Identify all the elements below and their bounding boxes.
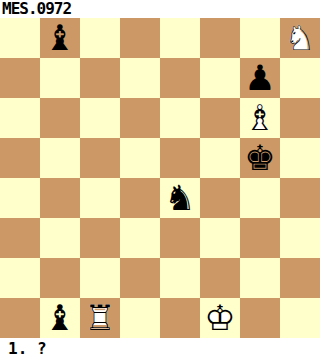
square-h6[interactable] — [280, 98, 320, 138]
square-d3[interactable] — [120, 218, 160, 258]
square-a6[interactable] — [0, 98, 40, 138]
square-f8[interactable] — [200, 18, 240, 58]
white-knight-h8[interactable]: ♞♘ — [280, 18, 320, 58]
square-g8[interactable] — [240, 18, 280, 58]
square-a3[interactable] — [0, 218, 40, 258]
square-g5[interactable]: ♚ — [240, 138, 280, 178]
square-h1[interactable] — [280, 298, 320, 338]
square-b8[interactable]: ♝ — [40, 18, 80, 58]
square-g7[interactable]: ♟ — [240, 58, 280, 98]
square-d6[interactable] — [120, 98, 160, 138]
square-g3[interactable] — [240, 218, 280, 258]
move-prompt: 1. ? — [0, 338, 47, 360]
square-e4[interactable]: ♞ — [160, 178, 200, 218]
square-g2[interactable] — [240, 258, 280, 298]
square-h4[interactable] — [280, 178, 320, 218]
title-bar: MES.0972 — [0, 0, 320, 18]
square-c8[interactable] — [80, 18, 120, 58]
square-e8[interactable] — [160, 18, 200, 58]
black-knight-glyph: ♞ — [160, 178, 200, 218]
chess-app-window: MES.0972 ♝♞♘♟♝♗♚♞♝♜♖♚♔ 1. ? — [0, 0, 320, 360]
black-bishop-glyph: ♝ — [40, 298, 80, 338]
square-h5[interactable] — [280, 138, 320, 178]
square-b3[interactable] — [40, 218, 80, 258]
square-f2[interactable] — [200, 258, 240, 298]
square-c3[interactable] — [80, 218, 120, 258]
square-f5[interactable] — [200, 138, 240, 178]
square-c7[interactable] — [80, 58, 120, 98]
square-h2[interactable] — [280, 258, 320, 298]
square-d8[interactable] — [120, 18, 160, 58]
square-h3[interactable] — [280, 218, 320, 258]
square-b5[interactable] — [40, 138, 80, 178]
square-c6[interactable] — [80, 98, 120, 138]
square-h7[interactable] — [280, 58, 320, 98]
square-b4[interactable] — [40, 178, 80, 218]
black-king-g5[interactable]: ♚ — [240, 138, 280, 178]
square-e6[interactable] — [160, 98, 200, 138]
square-f4[interactable] — [200, 178, 240, 218]
square-a4[interactable] — [0, 178, 40, 218]
square-d5[interactable] — [120, 138, 160, 178]
square-a7[interactable] — [0, 58, 40, 98]
square-e1[interactable] — [160, 298, 200, 338]
black-king-glyph: ♚ — [240, 138, 280, 178]
square-g4[interactable] — [240, 178, 280, 218]
square-d4[interactable] — [120, 178, 160, 218]
white-king-glyph: ♔ — [200, 298, 240, 338]
square-a1[interactable] — [0, 298, 40, 338]
square-c5[interactable] — [80, 138, 120, 178]
square-c1[interactable]: ♜♖ — [80, 298, 120, 338]
black-pawn-glyph: ♟ — [240, 58, 280, 98]
square-b6[interactable] — [40, 98, 80, 138]
square-d7[interactable] — [120, 58, 160, 98]
black-bishop-b1[interactable]: ♝ — [40, 298, 80, 338]
white-rook-glyph: ♖ — [80, 298, 120, 338]
square-g6[interactable]: ♝♗ — [240, 98, 280, 138]
black-knight-e4[interactable]: ♞ — [160, 178, 200, 218]
square-c2[interactable] — [80, 258, 120, 298]
square-b2[interactable] — [40, 258, 80, 298]
square-a5[interactable] — [0, 138, 40, 178]
black-bishop-b8[interactable]: ♝ — [40, 18, 80, 58]
square-h8[interactable]: ♞♘ — [280, 18, 320, 58]
square-e7[interactable] — [160, 58, 200, 98]
square-b7[interactable] — [40, 58, 80, 98]
square-f1[interactable]: ♚♔ — [200, 298, 240, 338]
square-d2[interactable] — [120, 258, 160, 298]
square-b1[interactable]: ♝ — [40, 298, 80, 338]
square-f6[interactable] — [200, 98, 240, 138]
square-a2[interactable] — [0, 258, 40, 298]
square-e5[interactable] — [160, 138, 200, 178]
square-f7[interactable] — [200, 58, 240, 98]
square-f3[interactable] — [200, 218, 240, 258]
square-d1[interactable] — [120, 298, 160, 338]
white-king-f1[interactable]: ♚♔ — [200, 298, 240, 338]
white-bishop-g6[interactable]: ♝♗ — [240, 98, 280, 138]
square-e3[interactable] — [160, 218, 200, 258]
puzzle-id-label: MES.0972 — [0, 0, 71, 18]
square-e2[interactable] — [160, 258, 200, 298]
square-a8[interactable] — [0, 18, 40, 58]
black-bishop-glyph: ♝ — [40, 18, 80, 58]
square-c4[interactable] — [80, 178, 120, 218]
white-rook-c1[interactable]: ♜♖ — [80, 298, 120, 338]
chess-board: ♝♞♘♟♝♗♚♞♝♜♖♚♔ — [0, 18, 320, 338]
prompt-bar: 1. ? — [0, 338, 320, 360]
white-knight-glyph: ♘ — [280, 18, 320, 58]
square-g1[interactable] — [240, 298, 280, 338]
white-bishop-glyph: ♗ — [240, 98, 280, 138]
black-pawn-g7[interactable]: ♟ — [240, 58, 280, 98]
